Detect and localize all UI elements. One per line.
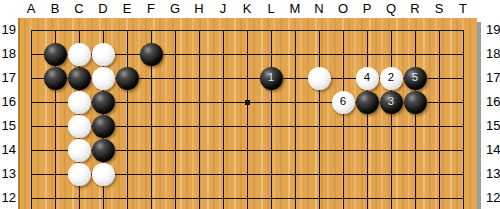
- row-label-right: 13: [486, 166, 500, 182]
- column-label: N: [314, 1, 323, 17]
- row-label-right: 19: [486, 22, 500, 38]
- row-label-left: 14: [1, 142, 16, 158]
- row-label-left: 18: [1, 46, 16, 62]
- stone-white-C14[interactable]: [68, 139, 91, 162]
- column-label: O: [338, 1, 348, 17]
- column-label: E: [123, 1, 132, 17]
- stone-white-D13[interactable]: [92, 163, 115, 186]
- row-label-right: 15: [486, 118, 500, 134]
- row-label-left: 15: [1, 118, 16, 134]
- stone-white-P17[interactable]: 4: [356, 67, 379, 90]
- column-label: R: [410, 1, 419, 17]
- board-shadow: [477, 22, 481, 209]
- stone-white-C15[interactable]: [68, 115, 91, 138]
- row-label-right: 14: [486, 142, 500, 158]
- stone-black-D14[interactable]: [92, 139, 115, 162]
- column-label: H: [194, 1, 203, 17]
- stone-black-B17[interactable]: [44, 67, 67, 90]
- row-label-right: 17: [486, 70, 500, 86]
- column-label: S: [435, 1, 444, 17]
- stone-white-C13[interactable]: [68, 163, 91, 186]
- column-label: C: [74, 1, 83, 17]
- stone-black-D15[interactable]: [92, 115, 115, 138]
- stone-white-D18[interactable]: [92, 43, 115, 66]
- row-label-right: 12: [486, 190, 500, 206]
- row-label-left: 19: [1, 22, 16, 38]
- stone-white-N17[interactable]: [308, 67, 331, 90]
- column-label: Q: [386, 1, 396, 17]
- stone-black-R17[interactable]: 5: [404, 67, 427, 90]
- stones-grid: 153426: [19, 18, 475, 209]
- move-number: 1: [268, 72, 274, 84]
- column-label: A: [27, 1, 36, 17]
- stone-black-Q16[interactable]: 3: [380, 91, 403, 114]
- stone-black-L17[interactable]: 1: [260, 67, 283, 90]
- column-label: F: [147, 1, 155, 17]
- column-label: K: [243, 1, 252, 17]
- column-label: D: [98, 1, 107, 17]
- stone-white-O16[interactable]: 6: [332, 91, 355, 114]
- goban[interactable]: 153426: [18, 18, 477, 209]
- row-label-left: 16: [1, 94, 16, 110]
- move-number: 2: [388, 72, 394, 84]
- stone-white-D17[interactable]: [92, 67, 115, 90]
- move-number: 4: [364, 72, 370, 84]
- move-number: 5: [412, 72, 418, 84]
- stone-black-P16[interactable]: [356, 91, 379, 114]
- stone-black-C17[interactable]: [68, 67, 91, 90]
- row-label-right: 16: [486, 94, 500, 110]
- column-label: T: [459, 1, 467, 17]
- stone-black-B18[interactable]: [44, 43, 67, 66]
- column-label: M: [290, 1, 301, 17]
- stone-white-C18[interactable]: [68, 43, 91, 66]
- column-label: J: [220, 1, 227, 17]
- move-number: 3: [388, 96, 394, 108]
- stone-black-F18[interactable]: [140, 43, 163, 66]
- row-label-left: 13: [1, 166, 16, 182]
- column-label: B: [51, 1, 60, 17]
- stone-black-E17[interactable]: [116, 67, 139, 90]
- stone-black-D16[interactable]: [92, 91, 115, 114]
- column-label: P: [363, 1, 372, 17]
- row-label-right: 18: [486, 46, 500, 62]
- stone-white-Q17[interactable]: 2: [380, 67, 403, 90]
- go-diagram: ABCDEFGHJKLMNOPQRST 1918171615141312 191…: [0, 0, 500, 209]
- row-label-left: 12: [1, 190, 16, 206]
- stone-white-C16[interactable]: [68, 91, 91, 114]
- stone-black-R16[interactable]: [404, 91, 427, 114]
- row-label-left: 17: [1, 70, 16, 86]
- column-label: L: [267, 1, 274, 17]
- column-label: G: [170, 1, 180, 17]
- move-number: 6: [340, 96, 346, 108]
